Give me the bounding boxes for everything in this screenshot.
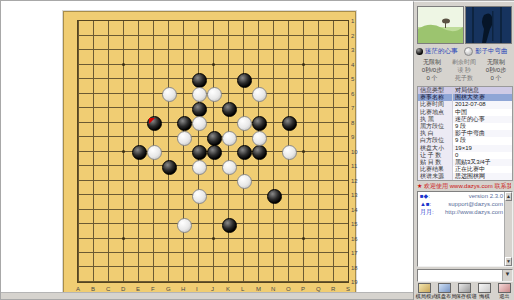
info-value: 0 <box>453 152 512 159</box>
black-player-photo <box>417 6 464 44</box>
black-stone-H8 <box>177 116 192 131</box>
toolbar-icon-1 <box>418 283 431 293</box>
black-stone-I10 <box>192 145 207 160</box>
white-stone-I11 <box>192 160 207 175</box>
white-stone-G6 <box>162 87 177 102</box>
info-value: 正在比赛中 <box>453 166 512 173</box>
row-label-12: 12 <box>351 178 358 184</box>
white-player-photo <box>465 6 512 44</box>
star-point <box>122 150 125 153</box>
row-label-16: 16 <box>351 236 358 242</box>
toolbar-label: 棋局模式 <box>415 293 433 300</box>
byoyomi-row: 0秒/0步 读 秒 0秒/0步 <box>416 66 512 74</box>
info-label: 贴 目 数 <box>418 159 453 166</box>
info-row-1[interactable]: 赛事名称围棋大奖赛 <box>418 94 512 101</box>
info-row-3[interactable]: 比赛地点中国 <box>418 109 512 116</box>
star-point <box>302 150 305 153</box>
white-stone-J6 <box>207 87 222 102</box>
row-label-1: 1 <box>351 18 354 24</box>
toolbar-label: 棋盘布局 <box>435 293 453 300</box>
row-label-8: 8 <box>351 120 354 126</box>
welcome-banner: ★ 欢迎使用 www.dazys.com 联系我们 ★ <box>417 182 511 190</box>
row-label-18: 18 <box>351 265 358 271</box>
toolbar-button-1[interactable]: 棋局模式 <box>415 283 434 300</box>
info-value: 对局信息 <box>453 87 512 94</box>
toolbar-label: 悔棋 <box>475 293 493 300</box>
chat-user-icon: ■◆: <box>420 192 430 200</box>
chat-text: http://www.dazys.com <box>445 208 503 216</box>
row-label-7: 7 <box>351 105 354 111</box>
chat-scrollbar[interactable]: ▲ ▼ <box>504 192 512 266</box>
info-label: 比赛地点 <box>418 109 453 116</box>
toolbar-button-3[interactable]: 保存棋谱 <box>455 283 474 300</box>
info-row-6[interactable]: 执 白影子中弯曲 <box>418 130 512 137</box>
black-stone-J9 <box>207 131 222 146</box>
info-label: 比赛结果 <box>418 166 453 173</box>
info-label: 信息类型 <box>418 87 453 94</box>
chat-user-icon: ▲■: <box>420 200 431 208</box>
row-label-10: 10 <box>351 149 358 155</box>
sidebar-panel: 迷茫的心事 影子中弯曲 无限制 剩余时间 无限制 0秒/0步 读 秒 0秒/0步… <box>413 1 514 300</box>
white-stone-I13 <box>192 189 207 204</box>
board-grid[interactable] <box>77 20 349 283</box>
info-row-7[interactable]: 白方段位9 段 <box>418 137 512 144</box>
app-window: ABCDEFGHIJKLMNOPQRS 12345678910111213141… <box>0 0 514 300</box>
star-point <box>212 237 215 240</box>
white-stone-F10 <box>147 145 162 160</box>
time-row: 无限制 剩余时间 无限制 <box>416 58 512 66</box>
go-board: ABCDEFGHIJKLMNOPQRS 12345678910111213141… <box>63 11 356 294</box>
black-stone-O8 <box>282 116 297 131</box>
white-stone-L12 <box>237 174 252 189</box>
white-stone-L8 <box>237 116 252 131</box>
white-stone-I8 <box>192 116 207 131</box>
row-label-6: 6 <box>351 91 354 97</box>
info-row-11[interactable]: 比赛结果正在比赛中 <box>418 166 512 173</box>
row-label-4: 4 <box>351 62 354 68</box>
white-player: 影子中弯曲 <box>464 46 512 56</box>
white-stone-K9 <box>222 131 237 146</box>
info-label: 白方段位 <box>418 137 453 144</box>
black-stone-G11 <box>162 160 177 175</box>
star-point <box>122 63 125 66</box>
black-stone-I7 <box>192 102 207 117</box>
captures-row: 0 个 死子数 0 个 <box>416 74 512 82</box>
row-label-5: 5 <box>351 76 354 82</box>
info-label: 执 黑 <box>418 116 453 123</box>
black-player: 迷茫的心事 <box>416 46 464 56</box>
row-label-3: 3 <box>351 47 354 53</box>
black-stone-I5 <box>192 73 207 88</box>
toolbar-label: 退出 <box>495 293 513 300</box>
star-point <box>212 63 215 66</box>
star-point <box>122 237 125 240</box>
info-label: 棋谱来源 <box>418 173 453 180</box>
toolbar-icon-4 <box>478 283 491 293</box>
info-row-9[interactable]: 让 子 数0 <box>418 152 512 159</box>
white-stone-O10 <box>282 145 297 160</box>
toolbar-icon-2 <box>438 283 451 293</box>
black-stone-M8 <box>252 116 267 131</box>
window-bottom-edge <box>1 292 413 299</box>
info-label: 比赛时间 <box>418 101 453 108</box>
info-value: 2012-07-08 <box>453 101 512 108</box>
star-point <box>302 63 305 66</box>
chat-input[interactable]: ▼ <box>417 269 513 282</box>
info-row-0[interactable]: 信息类型对局信息 <box>418 87 512 94</box>
toolbar-button-2[interactable]: 棋盘布局 <box>435 283 454 300</box>
row-label-19: 19 <box>351 279 358 285</box>
chat-line-0: ■◆:version 2.3.0 <box>418 192 505 200</box>
black-player-name: 迷茫的心事 <box>425 47 458 56</box>
black-stone-L10 <box>237 145 252 160</box>
chat-line-1: ▲■:support@dazys.com <box>418 200 505 208</box>
info-label: 让 子 数 <box>418 152 453 159</box>
white-stone-avatar <box>464 47 473 56</box>
scroll-up-icon[interactable]: ▲ <box>505 192 512 201</box>
chat-line-2: 月月:http://www.dazys.com <box>418 208 505 216</box>
black-stone-M10 <box>252 145 267 160</box>
white-stone-M6 <box>252 87 267 102</box>
info-value: 19×19 <box>453 145 512 152</box>
black-stone-N13 <box>267 189 282 204</box>
info-label: 执 白 <box>418 130 453 137</box>
black-stone-E10 <box>132 145 147 160</box>
info-value: 9 段 <box>453 137 512 144</box>
star-point <box>302 237 305 240</box>
toolbar-button-5[interactable]: 退出 <box>495 283 514 300</box>
black-stone-K15 <box>222 218 237 233</box>
info-value: 影子中弯曲 <box>453 130 512 137</box>
black-stone-L5 <box>237 73 252 88</box>
white-stone-M9 <box>252 131 267 146</box>
player-names-row: 迷茫的心事 影子中弯曲 <box>416 46 512 56</box>
info-row-10[interactable]: 贴 目 数黑贴3又3/4子 <box>418 159 512 166</box>
row-label-11: 11 <box>351 163 357 169</box>
game-info-table: 信息类型对局信息赛事名称围棋大奖赛比赛时间2012-07-08比赛地点中国执 黑… <box>417 86 513 181</box>
toolbar-icon-3 <box>458 283 471 293</box>
info-value: 9 段 <box>453 123 512 130</box>
black-stone-J10 <box>207 145 222 160</box>
black-stone-K7 <box>222 102 237 117</box>
info-label: 棋盘大小 <box>418 145 453 152</box>
chat-text: version 2.3.0 <box>469 192 503 200</box>
info-row-8[interactable]: 棋盘大小19×19 <box>418 145 512 152</box>
info-row-4[interactable]: 执 黑迷茫的心事 <box>418 116 512 123</box>
info-row-12[interactable]: 棋谱来源思远围棋网 <box>418 173 512 180</box>
row-label-9: 9 <box>351 134 354 140</box>
toolbar-icon-5 <box>498 283 511 293</box>
white-stone-K11 <box>222 160 237 175</box>
row-label-17: 17 <box>351 250 358 256</box>
info-value: 中国 <box>453 109 512 116</box>
white-stone-I6 <box>192 87 207 102</box>
white-player-name: 影子中弯曲 <box>475 47 508 56</box>
black-stone-F8 <box>147 116 162 131</box>
white-stone-H15 <box>177 218 192 233</box>
toolbar-label: 保存棋谱 <box>455 293 473 300</box>
row-label-13: 13 <box>351 192 358 198</box>
info-value: 思远围棋网 <box>453 173 512 180</box>
info-label: 赛事名称 <box>418 94 453 101</box>
info-row-5[interactable]: 黑方段位9 段 <box>418 123 512 130</box>
chat-text: support@dazys.com <box>448 200 503 208</box>
chevron-down-icon[interactable]: ▼ <box>502 270 512 281</box>
info-value: 黑贴3又3/4子 <box>453 159 512 166</box>
toolbar-button-4[interactable]: 悔棋 <box>475 283 494 300</box>
info-label: 黑方段位 <box>418 123 453 130</box>
row-label-2: 2 <box>351 33 354 39</box>
info-value: 围棋大奖赛 <box>453 94 512 101</box>
last-move-marker <box>149 118 155 124</box>
white-stone-H9 <box>177 131 192 146</box>
row-label-15: 15 <box>351 221 358 227</box>
scroll-down-icon[interactable]: ▼ <box>505 257 512 266</box>
chat-area: ■◆:version 2.3.0▲■:support@dazys.com月月:h… <box>417 191 513 267</box>
black-stone-avatar <box>416 48 423 55</box>
row-label-14: 14 <box>351 207 358 213</box>
chat-user-icon: 月月: <box>420 208 434 216</box>
info-row-2[interactable]: 比赛时间2012-07-08 <box>418 101 512 108</box>
info-value: 迷茫的心事 <box>453 116 512 123</box>
bottom-toolbar: 棋局模式棋盘布局保存棋谱悔棋退出 <box>414 283 514 300</box>
